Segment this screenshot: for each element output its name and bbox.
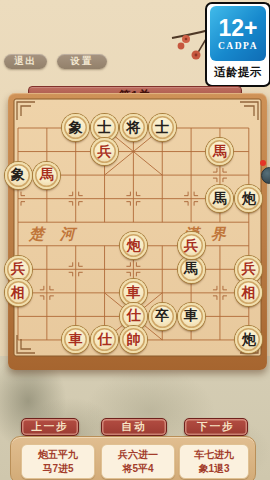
piece-red-相[interactable]: 相 [235, 279, 262, 306]
previous-step-button[interactable]: 上一步 [21, 418, 79, 436]
piece-red-帥[interactable]: 帥 [120, 326, 147, 353]
xiangqi-board: 楚 河 漢 界 象士将士象馬炮馬卒車炮兵馬馬炮兵兵兵相車相仕車仕帥 [8, 93, 267, 370]
exit-button[interactable]: 退出 [4, 54, 47, 69]
auto-play-button[interactable]: 自动 [101, 418, 167, 436]
move-1-black: 马7进5 [42, 462, 73, 476]
move-card-1[interactable]: 炮五平九 马7进5 [21, 444, 95, 479]
pieces-layer: 象士将士象馬炮馬卒車炮兵馬馬炮兵兵兵相車相仕車仕帥 [4, 116, 264, 352]
settings-button[interactable]: 设置 [57, 54, 107, 69]
piece-black-士[interactable]: 士 [149, 114, 176, 141]
piece-black-炮[interactable]: 炮 [235, 185, 262, 212]
move-2-red: 兵六进一 [118, 448, 158, 462]
notification-dot [260, 160, 266, 166]
move-2-black: 将5平4 [122, 462, 153, 476]
piece-black-車[interactable]: 車 [178, 303, 205, 330]
next-step-button[interactable]: 下一步 [184, 418, 248, 436]
piece-red-兵[interactable]: 兵 [91, 138, 118, 165]
piece-red-炮[interactable]: 炮 [120, 232, 147, 259]
piece-red-仕[interactable]: 仕 [91, 326, 118, 353]
piece-black-将[interactable]: 将 [120, 114, 147, 141]
piece-black-炮[interactable]: 炮 [235, 326, 262, 353]
piece-red-馬[interactable]: 馬 [33, 162, 60, 189]
move-3-black: 象1退3 [198, 462, 229, 476]
piece-red-車[interactable]: 車 [62, 326, 89, 353]
piece-red-馬[interactable]: 馬 [206, 138, 233, 165]
move-card-3[interactable]: 车七进九 象1退3 [179, 444, 249, 479]
piece-black-象[interactable]: 象 [5, 162, 32, 189]
move-3-red: 车七进九 [194, 448, 234, 462]
piece-black-象[interactable]: 象 [62, 114, 89, 141]
age-rating-organization: CADPA [218, 41, 258, 51]
move-list-tray: 炮五平九 马7进5 兵六进一 将5平4 车七进九 象1退3 [10, 436, 256, 480]
piece-black-馬[interactable]: 馬 [206, 185, 233, 212]
move-card-2[interactable]: 兵六进一 将5平4 [101, 444, 175, 479]
age-rating-caption: 适龄提示 [214, 65, 262, 80]
app-screen: 退出 设置 12+ CADPA 适龄提示 第1关 [0, 0, 270, 480]
move-1-red: 炮五平九 [38, 448, 78, 462]
age-rating-value: 12+ [218, 16, 257, 40]
piece-black-卒[interactable]: 卒 [149, 303, 176, 330]
piece-red-相[interactable]: 相 [5, 279, 32, 306]
piece-red-兵[interactable]: 兵 [178, 232, 205, 259]
age-rating-badge: 12+ CADPA 适龄提示 [205, 2, 270, 87]
piece-black-馬[interactable]: 馬 [178, 256, 205, 283]
age-rating-blue-box: 12+ CADPA [210, 6, 266, 61]
